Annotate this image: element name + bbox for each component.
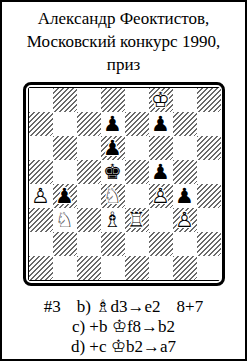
square-h1 bbox=[197, 256, 221, 280]
white-pawn-g3: ♟♙ bbox=[173, 208, 197, 232]
stipulation-block: #3 b) ♗d3→e2 8+7 c) +b ♔f8→b2 d) +c ♔b2→… bbox=[2, 297, 245, 357]
square-c5 bbox=[77, 160, 101, 184]
square-g4: ♟♟ bbox=[173, 184, 197, 208]
square-d7: ♟♟ bbox=[101, 112, 125, 136]
square-d3: ♝♗ bbox=[101, 208, 125, 232]
white-pawn-icon: ♙ bbox=[175, 210, 194, 231]
black-pawn-d7: ♟♟ bbox=[101, 112, 125, 136]
white-pawn-f4: ♟♙ bbox=[149, 184, 173, 208]
black-king-d5: ♚♚ bbox=[101, 160, 125, 184]
square-f8: ♚♔ bbox=[149, 88, 173, 112]
square-d4: ♞♘ bbox=[101, 184, 125, 208]
black-pawn-icon: ♟ bbox=[103, 114, 122, 135]
square-g6 bbox=[173, 136, 197, 160]
white-pawn-icon: ♙ bbox=[31, 186, 50, 207]
square-f1 bbox=[149, 256, 173, 280]
chess-board: ♚♔♟♟♟♟♟♟♚♚♟♟♟♙♟♟♞♘♟♙♟♟♞♘♝♗♜♖♟♙ bbox=[29, 88, 219, 280]
material-count: 8+7 bbox=[177, 297, 204, 317]
square-b2 bbox=[53, 232, 77, 256]
black-pawn-b4: ♟♟ bbox=[53, 184, 77, 208]
square-c3 bbox=[77, 208, 101, 232]
white-knight-d4: ♞♘ bbox=[101, 184, 125, 208]
square-a6 bbox=[29, 136, 53, 160]
title-award: приз bbox=[2, 53, 245, 76]
square-h8 bbox=[197, 88, 221, 112]
square-a2 bbox=[29, 232, 53, 256]
square-g1 bbox=[173, 256, 197, 280]
square-d6: ♟♟ bbox=[101, 136, 125, 160]
square-f2 bbox=[149, 232, 173, 256]
black-king-icon: ♚ bbox=[103, 162, 122, 183]
square-a3 bbox=[29, 208, 53, 232]
square-b6 bbox=[53, 136, 77, 160]
square-f3 bbox=[149, 208, 173, 232]
black-pawn-g4: ♟♟ bbox=[173, 184, 197, 208]
white-bishop-d3: ♝♗ bbox=[101, 208, 125, 232]
white-knight-icon: ♘ bbox=[55, 210, 74, 231]
square-e5 bbox=[125, 160, 149, 184]
square-h5 bbox=[197, 160, 221, 184]
white-king-icon: ♔ bbox=[151, 90, 170, 111]
white-knight-b3: ♞♘ bbox=[53, 208, 77, 232]
square-b1 bbox=[53, 256, 77, 280]
black-pawn-d6: ♟♟ bbox=[101, 136, 125, 160]
black-pawn-icon: ♟ bbox=[55, 186, 74, 207]
square-c2 bbox=[77, 232, 101, 256]
square-c7 bbox=[77, 112, 101, 136]
black-pawn-icon: ♟ bbox=[175, 186, 194, 207]
square-a1 bbox=[29, 256, 53, 280]
black-pawn-f7: ♟♟ bbox=[149, 112, 173, 136]
square-d1 bbox=[101, 256, 125, 280]
square-e6 bbox=[125, 136, 149, 160]
twin-d: d) +c ♔b2→a7 bbox=[2, 337, 245, 357]
square-a7 bbox=[29, 112, 53, 136]
twin-b: b) ♗d3→e2 bbox=[77, 297, 161, 317]
title-author: Александр Феоктистов, bbox=[2, 7, 245, 30]
square-h2 bbox=[197, 232, 221, 256]
white-rook-icon: ♖ bbox=[127, 210, 146, 231]
white-king-f8: ♚♔ bbox=[149, 88, 173, 112]
square-c6 bbox=[77, 136, 101, 160]
square-h3 bbox=[197, 208, 221, 232]
square-h7 bbox=[197, 112, 221, 136]
square-g7 bbox=[173, 112, 197, 136]
chess-board-frame: ♚♔♟♟♟♟♟♟♚♚♟♟♟♙♟♟♞♘♟♙♟♟♞♘♝♗♜♖♟♙ bbox=[23, 82, 225, 286]
square-g8 bbox=[173, 88, 197, 112]
square-e7 bbox=[125, 112, 149, 136]
square-f5: ♟♟ bbox=[149, 160, 173, 184]
white-rook-e3: ♜♖ bbox=[125, 208, 149, 232]
title-tourney: Московский конкурс 1990, bbox=[2, 30, 245, 53]
square-f7: ♟♟ bbox=[149, 112, 173, 136]
square-f6 bbox=[149, 136, 173, 160]
problem-diagram-page: Александр Феоктистов, Московский конкурс… bbox=[0, 0, 247, 361]
square-b5 bbox=[53, 160, 77, 184]
square-g3: ♟♙ bbox=[173, 208, 197, 232]
twin-c: c) +b ♔f8→b2 bbox=[2, 317, 245, 337]
square-e3: ♜♖ bbox=[125, 208, 149, 232]
square-g5 bbox=[173, 160, 197, 184]
square-d8 bbox=[101, 88, 125, 112]
square-a5 bbox=[29, 160, 53, 184]
square-b4: ♟♟ bbox=[53, 184, 77, 208]
square-e2 bbox=[125, 232, 149, 256]
square-b8 bbox=[53, 88, 77, 112]
white-pawn-icon: ♙ bbox=[151, 186, 170, 207]
black-pawn-icon: ♟ bbox=[151, 114, 170, 135]
square-a4: ♟♙ bbox=[29, 184, 53, 208]
square-c1 bbox=[77, 256, 101, 280]
square-a8 bbox=[29, 88, 53, 112]
square-d2 bbox=[101, 232, 125, 256]
square-b3: ♞♘ bbox=[53, 208, 77, 232]
square-d5: ♚♚ bbox=[101, 160, 125, 184]
square-e4 bbox=[125, 184, 149, 208]
white-bishop-icon: ♗ bbox=[103, 210, 122, 231]
square-h6 bbox=[197, 136, 221, 160]
white-pawn-a4: ♟♙ bbox=[29, 184, 53, 208]
square-e8 bbox=[125, 88, 149, 112]
square-b7 bbox=[53, 112, 77, 136]
black-pawn-icon: ♟ bbox=[151, 162, 170, 183]
stipulation-line: #3 b) ♗d3→e2 8+7 bbox=[2, 297, 245, 317]
square-f4: ♟♙ bbox=[149, 184, 173, 208]
square-h4 bbox=[197, 184, 221, 208]
black-pawn-f5: ♟♟ bbox=[149, 160, 173, 184]
square-g2 bbox=[173, 232, 197, 256]
problem-title: Александр Феоктистов, Московский конкурс… bbox=[2, 7, 245, 76]
stipulation-mate-in-3: #3 bbox=[44, 297, 61, 317]
black-pawn-icon: ♟ bbox=[103, 138, 122, 159]
square-e1 bbox=[125, 256, 149, 280]
square-c8 bbox=[77, 88, 101, 112]
square-c4 bbox=[77, 184, 101, 208]
chess-board-inner-frame: ♚♔♟♟♟♟♟♟♚♚♟♟♟♙♟♟♞♘♟♙♟♟♞♘♝♗♜♖♟♙ bbox=[28, 87, 220, 281]
white-knight-icon: ♘ bbox=[103, 186, 122, 207]
